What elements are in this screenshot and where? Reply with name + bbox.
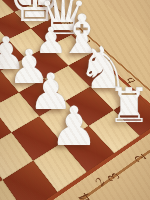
white-pawn-b4: ♟ bbox=[50, 100, 98, 154]
rank-label-4: 4 bbox=[75, 189, 95, 200]
chessboard-photo: abcdefgh12345678 ♚♛♟♝♟♟♞♟♜♟2 bbox=[0, 0, 150, 200]
white-rook-a2: ♜ bbox=[107, 81, 150, 129]
rank-label-2: 2 bbox=[131, 150, 150, 165]
